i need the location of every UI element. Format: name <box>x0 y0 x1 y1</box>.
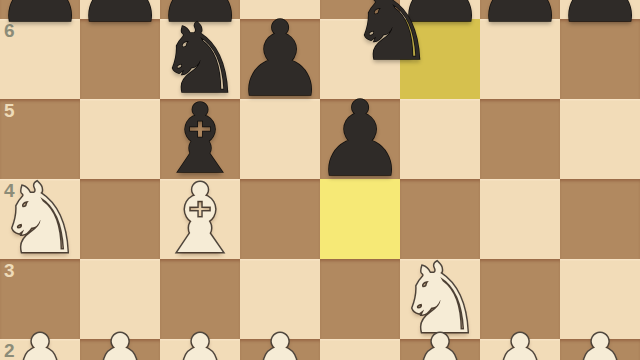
square-d4[interactable] <box>240 179 320 259</box>
piece-black-knight-e4-animating[interactable]: ♞ <box>352 0 432 66</box>
piece-white-pawn-h2[interactable]: ♟ <box>560 333 640 360</box>
square-g4[interactable] <box>480 179 560 259</box>
piece-white-pawn-c2[interactable]: ♟ <box>160 333 240 360</box>
piece-white-pawn-d2[interactable]: ♟ <box>240 333 320 360</box>
square-f5[interactable] <box>400 99 480 179</box>
piece-white-knight-a4[interactable]: ♞ <box>0 179 80 259</box>
chess-board: 87654321abcdefgh♟♟♟♟♟♟♞♟♝♟♞♝♞♞♟♟♟♟♟♟♟ <box>0 0 640 360</box>
square-b4[interactable] <box>80 179 160 259</box>
chess-board-viewport: 87654321abcdefgh♟♟♟♟♟♟♞♟♝♟♞♝♞♞♟♟♟♟♟♟♟ <box>0 0 640 360</box>
piece-black-pawn-a7[interactable]: ♟ <box>0 0 80 25</box>
square-e3[interactable] <box>320 259 400 339</box>
square-b5[interactable] <box>80 99 160 179</box>
piece-black-pawn-g7[interactable]: ♟ <box>480 0 560 25</box>
piece-white-pawn-f2[interactable]: ♟ <box>400 333 480 360</box>
piece-white-pawn-g2[interactable]: ♟ <box>480 333 560 360</box>
piece-black-pawn-h7[interactable]: ♟ <box>560 0 640 25</box>
piece-white-pawn-a2[interactable]: ♟ <box>0 333 80 360</box>
piece-white-bishop-c4[interactable]: ♝ <box>160 179 240 259</box>
rank-label-5: 5 <box>4 101 15 120</box>
square-g5[interactable] <box>480 99 560 179</box>
piece-black-pawn-d6[interactable]: ♟ <box>240 19 320 99</box>
piece-black-pawn-e5[interactable]: ♟ <box>320 99 400 179</box>
square-e2[interactable] <box>320 339 400 360</box>
square-h5[interactable] <box>560 99 640 179</box>
piece-black-pawn-b7[interactable]: ♟ <box>80 0 160 25</box>
square-h4[interactable] <box>560 179 640 259</box>
piece-white-pawn-b2[interactable]: ♟ <box>80 333 160 360</box>
